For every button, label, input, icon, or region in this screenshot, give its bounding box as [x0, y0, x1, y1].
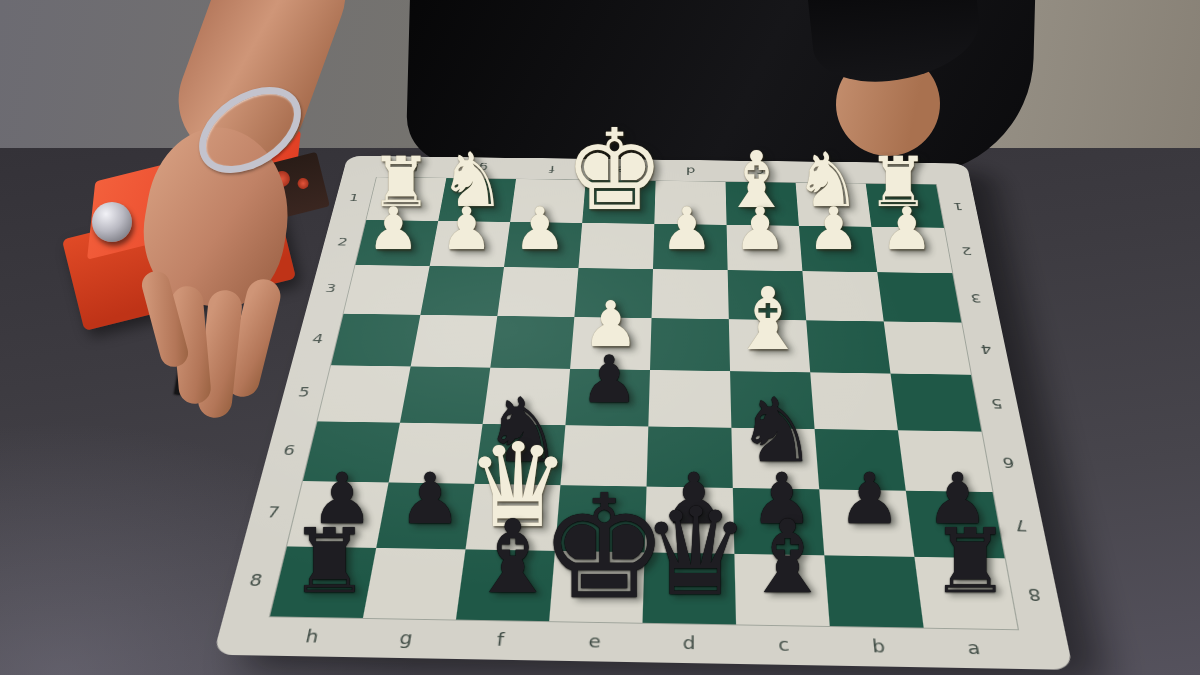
square-g6	[389, 422, 483, 484]
square-c7	[733, 488, 824, 555]
file-label: h	[261, 616, 363, 657]
square-b1	[796, 183, 872, 227]
file-label: g	[355, 618, 455, 659]
square-d7	[645, 487, 735, 554]
square-g4	[411, 314, 498, 367]
square-g1	[438, 178, 516, 221]
file-label: a	[863, 162, 936, 184]
square-b6	[815, 429, 906, 491]
square-h6	[303, 421, 400, 482]
square-h4	[331, 313, 420, 366]
square-h1	[366, 177, 446, 220]
square-f2	[504, 222, 582, 268]
square-a3	[877, 272, 961, 322]
file-label: f	[516, 158, 588, 180]
square-f8	[456, 549, 555, 621]
square-e6	[560, 425, 648, 487]
board-mat-wrapper: hgfedcba hgfedcba 12345678 12345678	[213, 156, 1073, 670]
file-label: b	[794, 161, 866, 183]
square-g3	[420, 266, 504, 316]
file-label: b	[830, 626, 929, 667]
square-c2	[727, 225, 803, 272]
square-a5	[891, 374, 982, 432]
square-d5	[648, 370, 731, 427]
square-e4	[570, 317, 651, 370]
square-b3	[802, 271, 883, 321]
clock-plunger-button	[92, 202, 132, 242]
square-b8	[824, 555, 923, 628]
square-e3	[574, 268, 653, 318]
scene: hgfedcba hgfedcba 12345678 12345678 ♜♞♚♝…	[0, 0, 1200, 675]
file-label: f	[451, 620, 550, 661]
file-label: h	[377, 156, 451, 178]
board-mat: hgfedcba hgfedcba 12345678 12345678	[213, 156, 1073, 670]
file-label: d	[641, 623, 737, 664]
square-b4	[806, 320, 890, 374]
file-label: a	[924, 628, 1025, 669]
square-g2	[430, 221, 511, 267]
square-e8	[549, 550, 644, 622]
square-f4	[490, 316, 574, 369]
square-c8	[734, 553, 829, 626]
square-a8	[914, 556, 1017, 629]
square-d1	[654, 181, 726, 225]
square-d2	[653, 224, 728, 271]
file-label: e	[546, 621, 643, 662]
square-a4	[884, 321, 971, 375]
square-f6	[474, 424, 565, 486]
square-b7	[819, 489, 914, 556]
square-a1	[866, 184, 944, 228]
square-h2	[355, 220, 438, 266]
square-a6	[898, 430, 993, 492]
square-f7	[466, 484, 561, 551]
square-f5	[483, 368, 570, 425]
file-label: c	[736, 624, 833, 665]
square-g8	[363, 547, 466, 619]
square-h3	[344, 265, 430, 314]
square-e1	[582, 180, 655, 224]
square-c4	[729, 319, 810, 372]
square-h5	[318, 365, 411, 422]
square-g5	[400, 366, 490, 423]
square-f3	[497, 267, 578, 317]
square-f1	[510, 179, 586, 222]
square-d6	[647, 426, 733, 488]
file-label: g	[446, 157, 519, 179]
square-c1	[726, 182, 799, 226]
square-a7	[906, 491, 1005, 558]
square-e2	[578, 223, 654, 269]
file-label: e	[586, 159, 656, 181]
board-grid	[270, 177, 1018, 629]
square-a2	[871, 226, 952, 273]
square-d3	[652, 269, 729, 319]
square-c6	[731, 427, 819, 489]
square-c5	[730, 371, 815, 428]
file-label: c	[725, 161, 796, 183]
file-label: d	[656, 160, 726, 182]
clock-dial-icon	[296, 177, 309, 190]
square-d8	[643, 552, 737, 624]
square-e5	[565, 369, 650, 426]
square-h8	[270, 546, 376, 618]
square-e7	[555, 485, 647, 552]
square-b2	[799, 226, 877, 273]
square-c3	[728, 270, 807, 320]
square-b5	[810, 372, 898, 430]
square-h7	[287, 481, 388, 547]
square-d4	[650, 318, 730, 371]
square-g7	[376, 482, 474, 548]
